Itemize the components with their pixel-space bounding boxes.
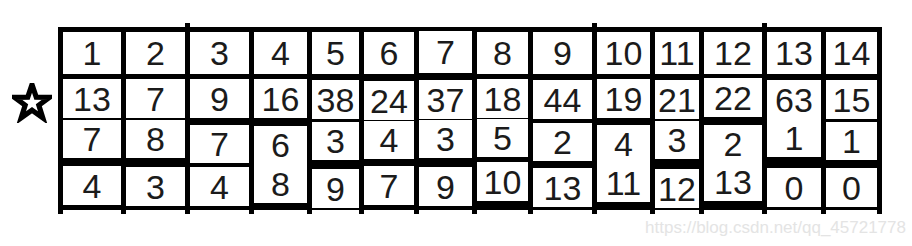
border-overshoot-mark <box>307 210 312 214</box>
grid-cell: 12 <box>655 169 699 208</box>
grid-cell: 22 <box>704 78 762 117</box>
border-overshoot-mark <box>699 210 704 214</box>
grid-cell: 0 <box>826 168 877 207</box>
border-overshoot-mark <box>58 210 63 214</box>
grid-cell: 15 <box>826 80 877 119</box>
grid-cell: 3 <box>419 120 472 158</box>
grid-cell: 9 <box>312 169 359 208</box>
grid-cell: 14 <box>826 32 877 74</box>
border-overshoot-mark <box>185 210 190 214</box>
grid-cell: 2 <box>533 123 592 161</box>
grid-cell: 10 <box>597 32 650 74</box>
grid-cell: 21 <box>655 80 699 119</box>
grid-cell: 37 <box>419 80 472 119</box>
grid-cell: 9 <box>419 167 472 206</box>
grid-cell: 11 <box>655 32 699 74</box>
watermark-text: https://blog.csdn.net/qq_45721778 <box>645 218 906 238</box>
grid-cell: 24 <box>364 81 414 120</box>
grid-cell: 6 <box>364 32 414 74</box>
grid-cell: 18 <box>477 79 528 118</box>
border-overshoot-mark <box>592 210 597 214</box>
grid-cell: 10 <box>477 162 528 201</box>
grid-cell: 44 <box>533 80 592 119</box>
grid-cell: 11 <box>597 163 650 202</box>
grid-cell: 3 <box>312 122 359 160</box>
grid-cell: 2 <box>126 32 185 74</box>
grid-cell: 1 <box>63 32 121 74</box>
star-icon <box>12 83 52 123</box>
grid-cell: 3 <box>126 167 185 206</box>
border-overshoot-mark <box>821 210 826 214</box>
grid-cell: 13 <box>63 79 121 118</box>
grid-cell: 5 <box>312 32 359 74</box>
grid-cell: 38 <box>312 80 359 119</box>
grid-cell: 9 <box>533 32 592 74</box>
border-overshoot-mark <box>472 210 477 214</box>
grid-cell: 7 <box>364 166 414 205</box>
grid-cell: 0 <box>767 168 821 207</box>
grid-cell: 4 <box>63 166 121 205</box>
grid-cell: 3 <box>190 32 249 74</box>
grid-cell: 63 <box>767 80 821 119</box>
grid-cell: 1 <box>767 119 821 157</box>
grid-cell: 19 <box>597 79 650 118</box>
diagram-stage: 1234567891011121314137916382437184419212… <box>0 0 912 246</box>
grid-cell: 16 <box>254 79 307 118</box>
number-grid: 1234567891011121314137916382437184419212… <box>58 27 882 210</box>
border-overshoot-mark <box>650 210 655 214</box>
grid-cell: 9 <box>190 79 249 118</box>
border-overshoot-mark <box>528 210 533 214</box>
grid-cell: 7 <box>63 120 121 158</box>
grid-cell: 13 <box>767 32 821 74</box>
grid-cell: 5 <box>477 119 528 157</box>
grid-cell: 3 <box>655 121 699 159</box>
grid-cell: 8 <box>126 120 185 158</box>
grid-cell: 4 <box>254 32 307 74</box>
border-overshoot-mark <box>592 23 597 28</box>
grid-cell: 1 <box>826 122 877 160</box>
border-overshoot-mark <box>762 23 767 28</box>
border-overshoot-mark <box>185 23 190 28</box>
border-overshoot-mark <box>414 210 419 214</box>
grid-cell: 13 <box>533 168 592 207</box>
grid-cell: 4 <box>190 167 249 206</box>
grid-cell: 13 <box>704 162 762 201</box>
grid-cell: 12 <box>704 32 762 74</box>
border-overshoot-mark <box>249 210 254 214</box>
border-overshoot-mark <box>877 210 882 214</box>
grid-cell: 7 <box>190 125 249 163</box>
grid-cell: 7 <box>126 79 185 118</box>
grid-cell: 8 <box>254 164 307 203</box>
grid-cell: 4 <box>597 125 650 163</box>
grid-cell: 2 <box>704 125 762 163</box>
border-overshoot-mark <box>121 210 126 214</box>
border-overshoot-mark <box>359 210 364 214</box>
grid-cell: 8 <box>477 32 528 74</box>
grid-cell: 6 <box>254 126 307 164</box>
grid-cell: 4 <box>364 121 414 159</box>
grid-cell: 7 <box>419 31 472 73</box>
border-overshoot-mark <box>762 210 767 214</box>
